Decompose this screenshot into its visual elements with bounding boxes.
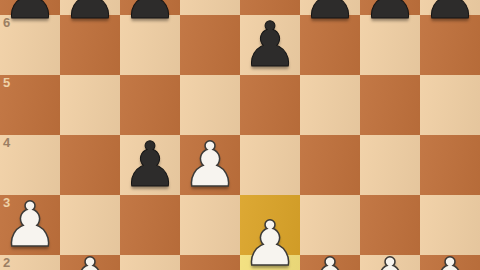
square-e4[interactable] xyxy=(240,135,300,195)
square-g5[interactable] xyxy=(360,75,420,135)
square-a4[interactable]: 4 xyxy=(0,135,60,195)
square-h2[interactable]: ♟ xyxy=(420,255,480,270)
square-a5[interactable]: 5 xyxy=(0,75,60,135)
square-b5[interactable] xyxy=(60,75,120,135)
square-e6[interactable]: ♟ xyxy=(240,15,300,75)
black-pawn[interactable]: ♟ xyxy=(60,0,120,27)
square-d6[interactable] xyxy=(180,15,240,75)
square-b4[interactable] xyxy=(60,135,120,195)
square-c4[interactable]: ♟ xyxy=(120,135,180,195)
square-g4[interactable] xyxy=(360,135,420,195)
white-pawn[interactable]: ♟ xyxy=(180,135,240,195)
black-pawn[interactable]: ♟ xyxy=(420,0,480,27)
square-d5[interactable] xyxy=(180,75,240,135)
square-b2[interactable]: ♟ xyxy=(60,255,120,270)
black-pawn[interactable]: ♟ xyxy=(360,0,420,27)
square-h4[interactable] xyxy=(420,135,480,195)
square-f7[interactable]: ♟ xyxy=(300,0,360,15)
square-e3[interactable]: ♟ xyxy=(240,195,300,255)
white-pawn[interactable]: ♟ xyxy=(60,251,120,270)
square-h5[interactable] xyxy=(420,75,480,135)
square-f5[interactable] xyxy=(300,75,360,135)
white-pawn[interactable]: ♟ xyxy=(0,195,60,255)
chess-board: ♟♟♟♟♟♟6♟54♟♟3♟♟2♟♟♟♟ xyxy=(0,0,480,270)
square-e5[interactable] xyxy=(240,75,300,135)
square-d4[interactable]: ♟ xyxy=(180,135,240,195)
chess-board-viewport: ♟♟♟♟♟♟6♟54♟♟3♟♟2♟♟♟♟ xyxy=(0,0,480,270)
square-g7[interactable]: ♟ xyxy=(360,0,420,15)
square-f2[interactable]: ♟ xyxy=(300,255,360,270)
black-pawn[interactable]: ♟ xyxy=(300,0,360,27)
square-c3[interactable] xyxy=(120,195,180,255)
square-g2[interactable]: ♟ xyxy=(360,255,420,270)
black-pawn[interactable]: ♟ xyxy=(240,15,300,75)
black-pawn[interactable]: ♟ xyxy=(120,0,180,27)
square-c5[interactable] xyxy=(120,75,180,135)
square-d7[interactable] xyxy=(180,0,240,15)
rank-label-5: 5 xyxy=(3,76,10,90)
white-pawn[interactable]: ♟ xyxy=(300,251,360,270)
square-f4[interactable] xyxy=(300,135,360,195)
white-pawn[interactable]: ♟ xyxy=(240,214,300,270)
square-d3[interactable] xyxy=(180,195,240,255)
rank-label-4: 4 xyxy=(3,136,10,150)
white-pawn[interactable]: ♟ xyxy=(360,251,420,270)
square-a7[interactable]: ♟ xyxy=(0,0,60,15)
square-h7[interactable]: ♟ xyxy=(420,0,480,15)
black-pawn[interactable]: ♟ xyxy=(120,135,180,195)
white-pawn[interactable]: ♟ xyxy=(420,251,480,270)
black-pawn[interactable]: ♟ xyxy=(0,0,60,27)
square-b7[interactable]: ♟ xyxy=(60,0,120,15)
square-c7[interactable]: ♟ xyxy=(120,0,180,15)
square-d2[interactable] xyxy=(180,255,240,270)
square-c2[interactable] xyxy=(120,255,180,270)
square-a3[interactable]: 3♟ xyxy=(0,195,60,255)
